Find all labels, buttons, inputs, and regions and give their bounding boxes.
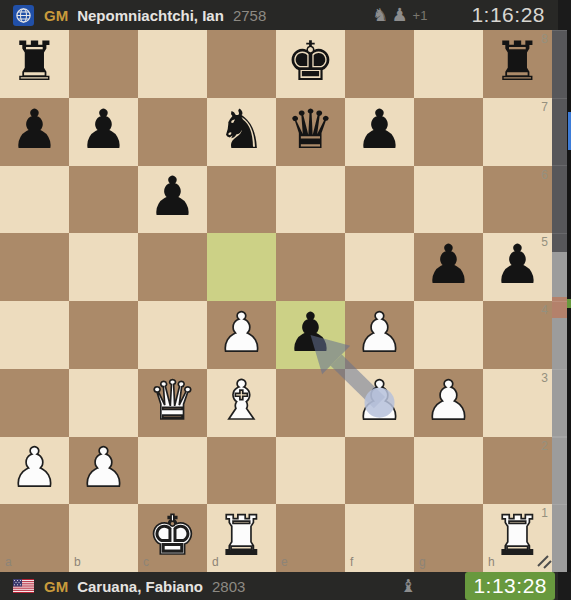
square-c3[interactable]: ♛ [138,369,207,437]
square-d4[interactable]: ♟ [207,301,276,369]
file-label-b: b [74,555,81,569]
bottom-player-title: GM [44,578,68,595]
square-f6[interactable] [345,166,414,234]
square-g2[interactable] [414,437,483,505]
square-b1[interactable]: b [69,504,138,572]
square-b8[interactable] [69,30,138,98]
move-scroll-bar[interactable] [552,30,567,572]
scroll-bar-ticks [552,30,567,572]
white-pawn: ♟ [424,374,472,428]
black-rook: ♜ [493,35,541,89]
white-bishop: ♝ [217,374,265,428]
square-f5[interactable] [345,233,414,301]
eval-marker [567,299,571,308]
white-pawn: ♟ [355,306,403,360]
captured-pawn-icon: ♟ [391,6,407,24]
file-label-h: h [488,555,495,569]
square-e5[interactable] [276,233,345,301]
black-pawn: ♟ [355,103,403,157]
square-e1[interactable]: e [276,504,345,572]
white-pawn: ♟ [355,374,403,428]
square-c1[interactable]: ♚c [138,504,207,572]
file-label-f: f [350,555,353,569]
rank-label-7: 7 [541,100,548,114]
square-h7[interactable]: 7 [483,98,552,166]
square-e2[interactable] [276,437,345,505]
square-a3[interactable] [0,369,69,437]
square-c5[interactable] [138,233,207,301]
square-c8[interactable] [138,30,207,98]
square-g5[interactable]: ♟ [414,233,483,301]
black-pawn: ♟ [10,103,58,157]
bottom-player-clock: 1:13:28 [465,572,555,600]
square-g7[interactable] [414,98,483,166]
white-king: ♚ [148,509,196,563]
file-label-d: d [212,555,219,569]
square-e3[interactable] [276,369,345,437]
black-rook: ♜ [10,35,58,89]
white-queen: ♛ [148,374,196,428]
square-d7[interactable]: ♞ [207,98,276,166]
black-pawn: ♟ [148,170,196,224]
bottom-player-bar: GM Caruana, Fabiano 2803 ♝ 1:13:28 [0,572,571,600]
rank-label-3: 3 [541,371,548,385]
white-pawn: ♟ [79,441,127,495]
square-b3[interactable] [69,369,138,437]
file-label-c: c [143,555,149,569]
square-d5[interactable] [207,233,276,301]
square-e7[interactable]: ♛ [276,98,345,166]
black-queen: ♛ [286,103,334,157]
white-pawn: ♟ [217,306,265,360]
broadcast-board-panel: GM Nepomniachtchi, Ian 2758 ♞♟ +1 1:16:2… [0,0,571,600]
rank-label-4: 4 [541,303,548,317]
top-player-name: Nepomniachtchi, Ian [77,7,224,24]
captured-bishop-icon: ♝ [400,577,416,595]
square-a1[interactable]: a [0,504,69,572]
bottom-player-rating: 2803 [212,578,245,595]
square-a7[interactable]: ♟ [0,98,69,166]
square-a4[interactable] [0,301,69,369]
file-label-g: g [419,555,426,569]
square-f8[interactable] [345,30,414,98]
file-label-a: a [5,555,12,569]
square-a5[interactable] [0,233,69,301]
scrollbar-thumb[interactable] [568,112,571,150]
rank-label-5: 5 [541,235,548,249]
square-e8[interactable]: ♚ [276,30,345,98]
top-player-title: GM [44,7,68,24]
square-b6[interactable] [69,166,138,234]
square-f3[interactable]: ♟ [345,369,414,437]
square-f4[interactable]: ♟ [345,301,414,369]
rank-label-6: 6 [541,168,548,182]
square-d2[interactable] [207,437,276,505]
square-b7[interactable]: ♟ [69,98,138,166]
square-e4[interactable]: ♟ [276,301,345,369]
rank-label-2: 2 [541,439,548,453]
top-captured-pieces: ♞♟ +1 [372,6,427,24]
square-d3[interactable]: ♝ [207,369,276,437]
square-f1[interactable]: f [345,504,414,572]
chess-board: ♜♚♜8♟♟♞♛♟7♟6♟♟5♟♟♟4♛♝♟♟3♟♟2ab♚c♜defg♜h1 [0,30,552,572]
square-a8[interactable]: ♜ [0,30,69,98]
white-pawn: ♟ [10,441,58,495]
square-d6[interactable] [207,166,276,234]
square-g8[interactable] [414,30,483,98]
black-pawn: ♟ [286,306,334,360]
square-c7[interactable] [138,98,207,166]
white-rook: ♜ [217,509,265,563]
square-e6[interactable] [276,166,345,234]
rank-label-1: 1 [541,506,548,520]
usa-flag-icon [13,576,34,596]
square-d1[interactable]: ♜d [207,504,276,572]
square-c6[interactable]: ♟ [138,166,207,234]
square-h2[interactable]: 2 [483,437,552,505]
top-player-rating: 2758 [233,7,266,24]
square-h8[interactable]: ♜8 [483,30,552,98]
square-h3[interactable]: 3 [483,369,552,437]
square-b2[interactable]: ♟ [69,437,138,505]
bottom-captured-pieces: ♝ [400,577,419,595]
square-h4[interactable]: 4 [483,301,552,369]
top-player-bar: GM Nepomniachtchi, Ian 2758 ♞♟ +1 1:16:2… [0,0,571,30]
square-g6[interactable] [414,166,483,234]
fide-globe-flag-icon [13,5,34,25]
top-bar-corner [558,0,571,30]
material-advantage: +1 [413,8,428,23]
square-g3[interactable]: ♟ [414,369,483,437]
square-d8[interactable] [207,30,276,98]
square-f7[interactable]: ♟ [345,98,414,166]
square-c4[interactable] [138,301,207,369]
bottom-player-name: Caruana, Fabiano [77,578,203,595]
black-pawn: ♟ [79,103,127,157]
square-a2[interactable]: ♟ [0,437,69,505]
black-king: ♚ [286,35,334,89]
top-player-clock: 1:16:28 [463,1,553,29]
square-g1[interactable]: g [414,504,483,572]
square-h5[interactable]: ♟5 [483,233,552,301]
captured-knight-icon: ♞ [372,6,388,24]
square-b5[interactable] [69,233,138,301]
square-h6[interactable]: 6 [483,166,552,234]
rank-label-8: 8 [541,32,548,46]
black-pawn: ♟ [493,238,541,292]
black-pawn: ♟ [424,238,472,292]
file-label-e: e [281,555,288,569]
board-resize-handle[interactable] [535,550,553,570]
square-f2[interactable] [345,437,414,505]
square-g4[interactable] [414,301,483,369]
square-b4[interactable] [69,301,138,369]
black-knight: ♞ [217,103,265,157]
bottom-bar-corner [558,572,571,600]
square-c2[interactable] [138,437,207,505]
square-a6[interactable] [0,166,69,234]
